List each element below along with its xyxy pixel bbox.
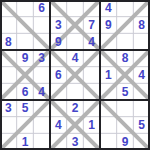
- cell-r9c5[interactable]: 3: [67, 133, 84, 150]
- cell-r8c6[interactable]: 1: [83, 117, 100, 134]
- cell-r7c4[interactable]: [50, 100, 67, 117]
- cell-r1c1[interactable]: [0, 0, 17, 17]
- cell-r5c9[interactable]: 4: [133, 67, 150, 84]
- cell-r6c2[interactable]: 6: [17, 83, 34, 100]
- cell-r5c7[interactable]: 1: [100, 67, 117, 84]
- cell-r8c8[interactable]: [117, 117, 134, 134]
- cell-r6c3[interactable]: 4: [33, 83, 50, 100]
- cell-r8c9[interactable]: 5: [133, 117, 150, 134]
- cell-r1c7[interactable]: 4: [100, 0, 117, 17]
- cell-r7c2[interactable]: 5: [17, 100, 34, 117]
- cell-r3c7[interactable]: [100, 33, 117, 50]
- cell-r6c8[interactable]: 5: [117, 83, 134, 100]
- cell-r9c8[interactable]: 9: [117, 133, 134, 150]
- cell-r5c4[interactable]: 6: [50, 67, 67, 84]
- cell-r4c3[interactable]: 3: [33, 50, 50, 67]
- cell-r2c1[interactable]: [0, 17, 17, 34]
- cell-r7c1[interactable]: 3: [0, 100, 17, 117]
- cell-r3c9[interactable]: [133, 33, 150, 50]
- cell-r8c7[interactable]: [100, 117, 117, 134]
- cell-r3c8[interactable]: [117, 33, 134, 50]
- cell-r5c6[interactable]: [83, 67, 100, 84]
- cell-r3c3[interactable]: [33, 33, 50, 50]
- cell-r3c1[interactable]: 8: [0, 33, 17, 50]
- cell-r7c9[interactable]: [133, 100, 150, 117]
- cell-r1c2[interactable]: [17, 0, 34, 17]
- cell-r2c9[interactable]: 8: [133, 17, 150, 34]
- cell-r8c5[interactable]: [67, 117, 84, 134]
- cell-r2c7[interactable]: 9: [100, 17, 117, 34]
- cell-r2c4[interactable]: 3: [50, 17, 67, 34]
- cell-r2c3[interactable]: [33, 17, 50, 34]
- cell-r9c1[interactable]: [0, 133, 17, 150]
- cell-r2c8[interactable]: [117, 17, 134, 34]
- cell-r1c9[interactable]: [133, 0, 150, 17]
- cell-r6c5[interactable]: [67, 83, 84, 100]
- cell-r5c5[interactable]: [67, 67, 84, 84]
- cell-r1c6[interactable]: [83, 0, 100, 17]
- cell-r9c9[interactable]: [133, 133, 150, 150]
- cell-r1c5[interactable]: [67, 0, 84, 17]
- cell-r7c6[interactable]: [83, 100, 100, 117]
- cell-r3c5[interactable]: [67, 33, 84, 50]
- cell-r8c1[interactable]: [0, 117, 17, 134]
- cell-r7c7[interactable]: [100, 100, 117, 117]
- cell-r6c6[interactable]: [83, 83, 100, 100]
- cell-r6c4[interactable]: [50, 83, 67, 100]
- cell-r8c4[interactable]: 4: [50, 117, 67, 134]
- cell-r8c2[interactable]: [17, 117, 34, 134]
- cell-r4c2[interactable]: 9: [17, 50, 34, 67]
- cell-r1c4[interactable]: [50, 0, 67, 17]
- sudoku-board: 6437988949348614645352415139: [0, 0, 150, 150]
- cell-r4c5[interactable]: 4: [67, 50, 84, 67]
- cell-r3c2[interactable]: [17, 33, 34, 50]
- cell-r9c3[interactable]: [33, 133, 50, 150]
- cell-r8c3[interactable]: [33, 117, 50, 134]
- cell-r5c8[interactable]: [117, 67, 134, 84]
- cell-r7c8[interactable]: [117, 100, 134, 117]
- cell-r1c8[interactable]: [117, 0, 134, 17]
- cell-r2c2[interactable]: [17, 17, 34, 34]
- cell-r4c1[interactable]: [0, 50, 17, 67]
- cell-r9c2[interactable]: 1: [17, 133, 34, 150]
- cell-r9c6[interactable]: [83, 133, 100, 150]
- cell-r7c3[interactable]: [33, 100, 50, 117]
- cell-r4c6[interactable]: [83, 50, 100, 67]
- cell-r4c7[interactable]: [100, 50, 117, 67]
- cell-r2c6[interactable]: 7: [83, 17, 100, 34]
- cell-r4c8[interactable]: 8: [117, 50, 134, 67]
- cell-r3c6[interactable]: 4: [83, 33, 100, 50]
- cell-r2c5[interactable]: [67, 17, 84, 34]
- cell-r6c7[interactable]: [100, 83, 117, 100]
- cell-r9c7[interactable]: [100, 133, 117, 150]
- cell-r5c1[interactable]: [0, 67, 17, 84]
- cell-r9c4[interactable]: [50, 133, 67, 150]
- cell-r1c3[interactable]: 6: [33, 0, 50, 17]
- cell-r5c2[interactable]: [17, 67, 34, 84]
- cell-r4c9[interactable]: [133, 50, 150, 67]
- cell-r3c4[interactable]: 9: [50, 33, 67, 50]
- cell-r7c5[interactable]: 2: [67, 100, 84, 117]
- cell-r6c9[interactable]: [133, 83, 150, 100]
- cell-r6c1[interactable]: [0, 83, 17, 100]
- cell-r5c3[interactable]: [33, 67, 50, 84]
- sudoku-grid: 6437988949348614645352415139: [0, 0, 150, 150]
- cell-r4c4[interactable]: [50, 50, 67, 67]
